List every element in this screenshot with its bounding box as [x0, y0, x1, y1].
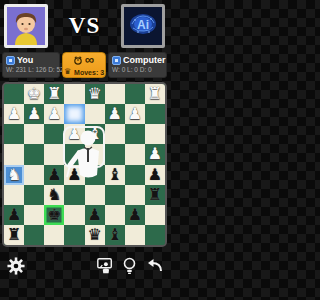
board-square[interactable]: ♜ [145, 185, 165, 205]
board-square[interactable] [85, 185, 105, 205]
svg-text:Ai: Ai [137, 18, 149, 32]
board-square[interactable] [24, 144, 44, 164]
computer-panel: Computer W: 0 L: 0 D: 0 [108, 52, 167, 78]
board-square[interactable] [44, 144, 64, 164]
board-square[interactable] [145, 205, 165, 225]
white-b-piece: ♝ [85, 124, 105, 144]
board-square[interactable] [44, 124, 64, 144]
white-n-piece: ♞ [4, 165, 24, 185]
board-square[interactable] [24, 165, 44, 185]
white-p-piece: ♟ [125, 104, 145, 124]
board-square[interactable]: ♟ [125, 104, 145, 124]
board-square[interactable]: ♟ [85, 205, 105, 225]
board-square[interactable] [125, 124, 145, 144]
bottom-toolbar [0, 256, 169, 282]
white-p-piece: ♟ [64, 124, 84, 144]
board-square[interactable]: ♟ [145, 144, 165, 164]
board-square[interactable] [125, 84, 145, 104]
infinite-time-label: ∞ [85, 54, 94, 66]
black-p-piece: ♟ [44, 165, 64, 185]
black-p-piece: ♟ [64, 165, 84, 185]
board-square[interactable] [4, 84, 24, 104]
undo-icon[interactable] [145, 258, 163, 274]
white-r-piece: ♜ [145, 84, 165, 104]
board-square[interactable]: ♟ [44, 165, 64, 185]
board-square[interactable]: ♟ [44, 104, 64, 124]
board-square[interactable]: ♟ [4, 104, 24, 124]
black-n-piece: ♞ [44, 185, 64, 205]
ai-brain-image: Ai [124, 7, 162, 45]
white-p-piece: ♟ [145, 144, 165, 164]
board-square[interactable] [64, 144, 84, 164]
black-r-piece: ♜ [145, 185, 165, 205]
board-square[interactable]: ♞ [44, 185, 64, 205]
black-p-piece: ♟ [125, 205, 145, 225]
you-name: You [17, 55, 33, 65]
white-k-piece: ♚ [24, 84, 44, 104]
board-square[interactable]: ♜ [4, 225, 24, 245]
board-square[interactable]: ♜ [145, 84, 165, 104]
board-square[interactable] [24, 124, 44, 144]
board-square[interactable] [64, 104, 84, 124]
board-square[interactable] [85, 104, 105, 124]
board-square[interactable] [64, 225, 84, 245]
board-square[interactable]: ♟ [64, 124, 84, 144]
board-square[interactable]: ♟ [105, 104, 125, 124]
board-square[interactable]: ♞ [4, 165, 24, 185]
board-square[interactable] [44, 225, 64, 245]
board-square[interactable] [145, 225, 165, 245]
chess-board-frame: ♚♜♛♜♟♟♟♟♟♟♝♟♞♟♟♝♟♞♜♟♚♟♟♜♛♝ [2, 82, 167, 247]
board-square[interactable]: ♚ [44, 205, 64, 225]
board-square[interactable] [4, 185, 24, 205]
board-square[interactable] [125, 165, 145, 185]
board-square[interactable] [105, 124, 125, 144]
hint-bulb-icon[interactable] [123, 257, 136, 275]
board-square[interactable]: ♟ [64, 165, 84, 185]
board-square[interactable] [24, 225, 44, 245]
black-p-piece: ♟ [4, 205, 24, 225]
board-square[interactable]: ♜ [44, 84, 64, 104]
board-square[interactable] [85, 165, 105, 185]
black-b-piece: ♝ [105, 225, 125, 245]
coach-icon[interactable] [96, 257, 114, 275]
match-badge: ∞ ♛ Moves: 3 [62, 52, 106, 78]
board-square[interactable]: ♛ [85, 225, 105, 245]
black-b-piece: ♝ [105, 165, 125, 185]
you-stats: W: 231 L: 126 D: 52 [6, 65, 56, 74]
you-panel: You W: 231 L: 126 D: 52 [2, 52, 60, 78]
board-square[interactable] [4, 144, 24, 164]
board-square[interactable] [4, 124, 24, 144]
white-p-piece: ♟ [44, 104, 64, 124]
board-square[interactable]: ♝ [105, 165, 125, 185]
board-square[interactable] [145, 124, 165, 144]
white-p-piece: ♟ [105, 104, 125, 124]
board-square[interactable]: ♝ [85, 124, 105, 144]
board-square[interactable] [105, 185, 125, 205]
board-square[interactable] [145, 104, 165, 124]
board-square[interactable]: ♟ [4, 205, 24, 225]
black-q-piece: ♛ [85, 225, 105, 245]
board-square[interactable]: ♟ [24, 104, 44, 124]
top-bar: VS Ai [0, 0, 169, 50]
white-p-piece: ♟ [4, 104, 24, 124]
black-p-piece: ♟ [85, 205, 105, 225]
computer-player-icon [112, 56, 121, 65]
board-square[interactable]: ♚ [24, 84, 44, 104]
white-q-piece: ♛ [85, 84, 105, 104]
board-square[interactable] [105, 84, 125, 104]
black-k-piece: ♚ [44, 205, 64, 225]
black-r-piece: ♜ [4, 225, 24, 245]
info-bar: You W: 231 L: 126 D: 52 ∞ ♛ Moves: 3 Com… [2, 52, 167, 80]
white-r-piece: ♜ [44, 84, 64, 104]
board-square[interactable] [64, 84, 84, 104]
you-player-icon [6, 56, 15, 65]
board-square[interactable] [85, 144, 105, 164]
board-square[interactable] [125, 225, 145, 245]
board-square[interactable]: ♛ [85, 84, 105, 104]
white-p-piece: ♟ [24, 104, 44, 124]
board-square[interactable]: ♟ [125, 205, 145, 225]
clock-icon [74, 56, 82, 65]
board-square[interactable] [125, 185, 145, 205]
board-square[interactable] [24, 185, 44, 205]
board-square[interactable] [64, 185, 84, 205]
chess-board[interactable]: ♚♜♛♜♟♟♟♟♟♟♝♟♞♟♟♝♟♞♜♟♚♟♟♜♛♝ [4, 84, 165, 245]
moves-counter: Moves: 3 [74, 69, 104, 76]
board-square[interactable] [125, 144, 145, 164]
computer-name: Computer [123, 55, 166, 65]
crown-icon: ♛ [64, 68, 71, 76]
board-square[interactable] [64, 205, 84, 225]
computer-avatar: Ai [121, 4, 165, 48]
settings-gear-icon[interactable] [7, 257, 25, 275]
board-square[interactable] [24, 205, 44, 225]
board-square[interactable]: ♟ [145, 165, 165, 185]
board-square[interactable] [105, 144, 125, 164]
computer-stats: W: 0 L: 0 D: 0 [112, 65, 163, 74]
board-square[interactable]: ♝ [105, 225, 125, 245]
black-p-piece: ♟ [145, 165, 165, 185]
board-square[interactable] [105, 205, 125, 225]
